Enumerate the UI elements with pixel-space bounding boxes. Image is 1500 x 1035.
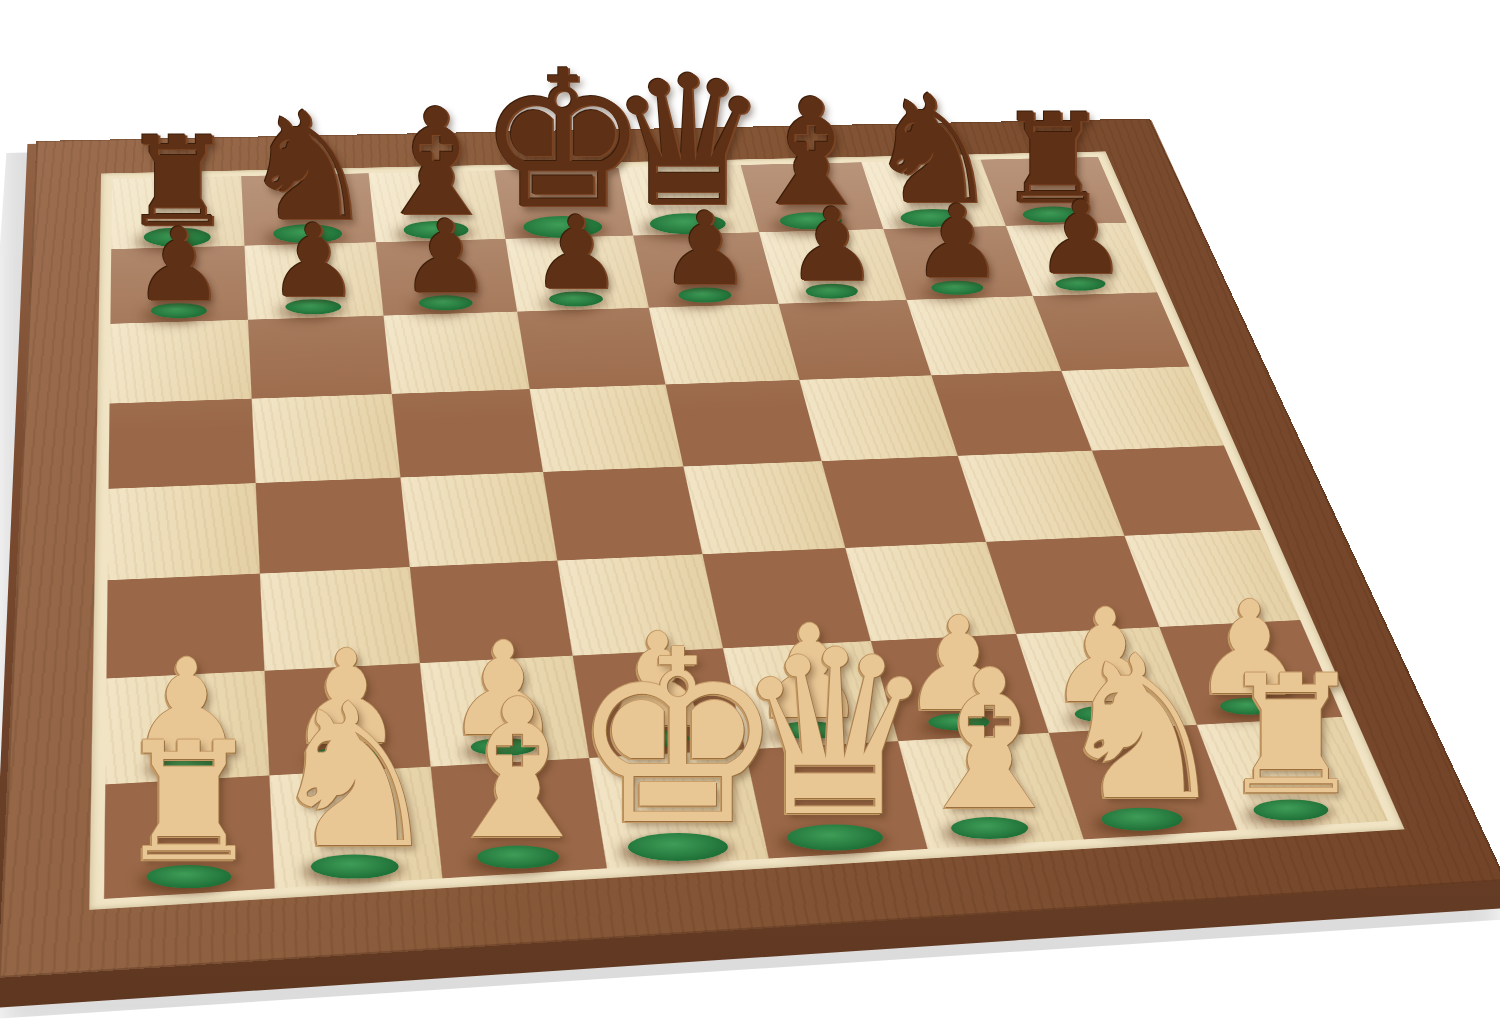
- piece-white-rook: ♜: [115, 721, 262, 885]
- piece-white-knight: ♞: [1053, 630, 1231, 828]
- piece-black-pawn: ♟: [133, 215, 224, 316]
- pieces-layer: ♜♞♝♚♛♝♞♜♟♟♟♟♟♟♟♟♟♟♟♟♟♟♟♟♜♞♝♚♛♝♞♜: [0, 0, 1500, 1035]
- chess-set-photo: ♜♞♝♚♛♝♞♜♟♟♟♟♟♟♟♟♟♟♟♟♟♟♟♟♜♞♝♚♛♝♞♜: [0, 0, 1500, 1035]
- piece-black-pawn: ♟: [400, 207, 491, 308]
- piece-black-pawn: ♟: [531, 203, 622, 304]
- piece-black-pawn: ♟: [1035, 188, 1126, 289]
- piece-white-rook: ♜: [1218, 654, 1365, 818]
- piece-black-pawn: ♟: [660, 199, 751, 300]
- piece-black-pawn: ♟: [268, 211, 359, 312]
- piece-black-pawn: ♟: [912, 192, 1003, 293]
- piece-black-pawn: ♟: [787, 195, 878, 296]
- piece-white-bishop: ♝: [904, 645, 1076, 837]
- piece-white-knight: ♞: [266, 678, 444, 876]
